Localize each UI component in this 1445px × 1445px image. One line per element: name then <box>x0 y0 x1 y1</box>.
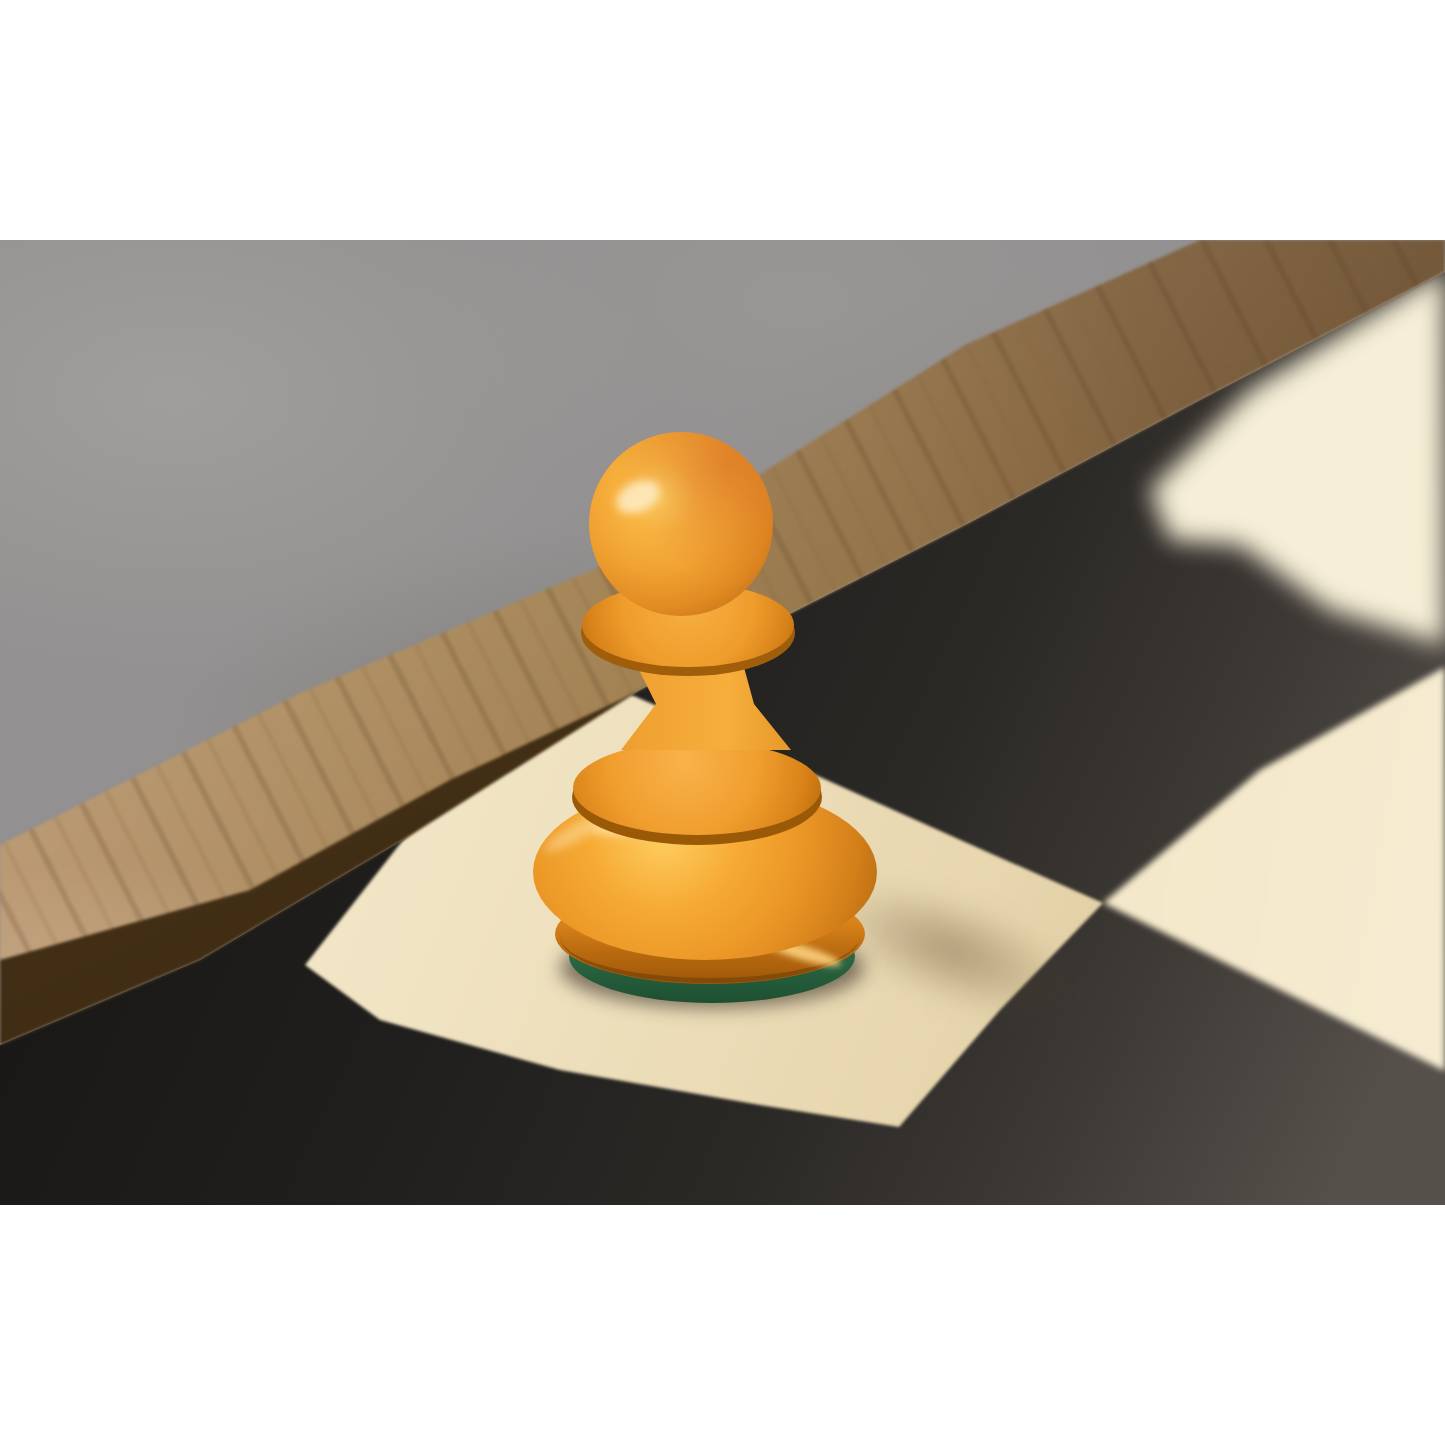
pawn-flare <box>573 741 821 835</box>
white-pawn: ♙ <box>510 420 910 1050</box>
screenshot: ♙ <box>0 0 1445 1445</box>
photo: ♙ <box>0 240 1445 1205</box>
pawn-head-tint <box>589 432 773 616</box>
